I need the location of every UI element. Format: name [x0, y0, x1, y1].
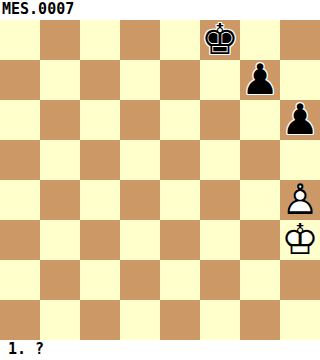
square-b3[interactable]: [40, 220, 80, 260]
white-pawn-h4: ♙: [280, 180, 320, 220]
square-g4[interactable]: [240, 180, 280, 220]
square-f6[interactable]: [200, 100, 240, 140]
square-b4[interactable]: [40, 180, 80, 220]
square-a1[interactable]: [0, 300, 40, 340]
square-a8[interactable]: [0, 20, 40, 60]
square-b2[interactable]: [40, 260, 80, 300]
square-h8[interactable]: [280, 20, 320, 60]
square-g6[interactable]: [240, 100, 280, 140]
square-a6[interactable]: [0, 100, 40, 140]
square-d3[interactable]: [120, 220, 160, 260]
white-king-h3: ♔: [280, 220, 320, 260]
square-c7[interactable]: [80, 60, 120, 100]
square-c6[interactable]: [80, 100, 120, 140]
black-pawn-g7: ♟: [240, 60, 280, 100]
square-a5[interactable]: [0, 140, 40, 180]
square-a4[interactable]: [0, 180, 40, 220]
square-c4[interactable]: [80, 180, 120, 220]
square-g5[interactable]: [240, 140, 280, 180]
square-f3[interactable]: [200, 220, 240, 260]
square-g2[interactable]: [240, 260, 280, 300]
black-pawn-h6: ♟: [280, 100, 320, 140]
square-e2[interactable]: [160, 260, 200, 300]
square-h7[interactable]: [280, 60, 320, 100]
square-a3[interactable]: [0, 220, 40, 260]
square-a2[interactable]: [0, 260, 40, 300]
square-e8[interactable]: [160, 20, 200, 60]
puzzle-title: MES.0007: [0, 0, 320, 20]
square-h6[interactable]: ♟: [280, 100, 320, 140]
square-c3[interactable]: [80, 220, 120, 260]
square-d4[interactable]: [120, 180, 160, 220]
square-e7[interactable]: [160, 60, 200, 100]
square-d7[interactable]: [120, 60, 160, 100]
square-b6[interactable]: [40, 100, 80, 140]
square-d8[interactable]: [120, 20, 160, 60]
square-h3[interactable]: ♚♔: [280, 220, 320, 260]
square-h5[interactable]: [280, 140, 320, 180]
square-g8[interactable]: [240, 20, 280, 60]
square-f7[interactable]: [200, 60, 240, 100]
square-b5[interactable]: [40, 140, 80, 180]
square-e3[interactable]: [160, 220, 200, 260]
black-king-f8: ♚: [200, 20, 240, 60]
square-c5[interactable]: [80, 140, 120, 180]
square-d1[interactable]: [120, 300, 160, 340]
move-prompt: 1. ?: [0, 340, 320, 360]
square-e1[interactable]: [160, 300, 200, 340]
square-b8[interactable]: [40, 20, 80, 60]
square-f2[interactable]: [200, 260, 240, 300]
square-g7[interactable]: ♟: [240, 60, 280, 100]
square-f8[interactable]: ♚: [200, 20, 240, 60]
square-f1[interactable]: [200, 300, 240, 340]
square-a7[interactable]: [0, 60, 40, 100]
square-f5[interactable]: [200, 140, 240, 180]
chess-puzzle-page: MES.0007 ♚♟♟♟♙♚♔ 1. ?: [0, 0, 320, 360]
white-king-fill: ♚: [280, 220, 320, 260]
square-g3[interactable]: [240, 220, 280, 260]
square-e4[interactable]: [160, 180, 200, 220]
white-pawn-fill: ♟: [280, 180, 320, 220]
square-f4[interactable]: [200, 180, 240, 220]
square-c8[interactable]: [80, 20, 120, 60]
square-d5[interactable]: [120, 140, 160, 180]
square-c1[interactable]: [80, 300, 120, 340]
square-c2[interactable]: [80, 260, 120, 300]
square-b1[interactable]: [40, 300, 80, 340]
square-g1[interactable]: [240, 300, 280, 340]
square-b7[interactable]: [40, 60, 80, 100]
square-d2[interactable]: [120, 260, 160, 300]
square-d6[interactable]: [120, 100, 160, 140]
square-h4[interactable]: ♟♙: [280, 180, 320, 220]
square-h1[interactable]: [280, 300, 320, 340]
square-h2[interactable]: [280, 260, 320, 300]
square-e6[interactable]: [160, 100, 200, 140]
square-e5[interactable]: [160, 140, 200, 180]
chess-board: ♚♟♟♟♙♚♔: [0, 20, 320, 340]
